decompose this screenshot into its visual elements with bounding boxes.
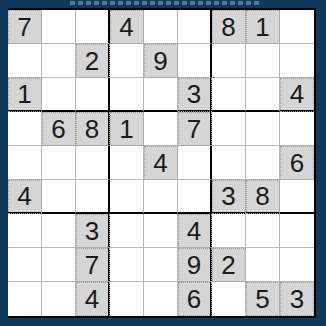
cell-r4c8-empty[interactable]: [246, 112, 280, 146]
cell-r3c2-empty[interactable]: [42, 78, 76, 112]
sudoku-board: 748129134681746438347924653: [8, 8, 316, 318]
cell-r7c3-given-digit: 3: [76, 214, 110, 248]
cell-r5c4-empty[interactable]: [110, 146, 144, 180]
cell-r7c1-empty[interactable]: [8, 214, 42, 248]
cell-r9c4-empty[interactable]: [110, 282, 144, 316]
cell-r9c3-given-digit: 4: [76, 282, 110, 316]
cell-r8c9-empty[interactable]: [280, 248, 314, 282]
cell-r4c4-given-digit: 1: [110, 112, 144, 146]
cell-r5c5-given-digit: 4: [144, 146, 178, 180]
navy-page-frame: 748129134681746438347924653: [0, 0, 326, 326]
cell-r9c8-given-digit: 5: [246, 282, 280, 316]
cell-r7c7-empty[interactable]: [212, 214, 246, 248]
cell-r1c9-empty[interactable]: [280, 10, 314, 44]
cell-r6c4-empty[interactable]: [110, 180, 144, 214]
cell-r1c6-empty[interactable]: [178, 10, 212, 44]
cell-r7c2-empty[interactable]: [42, 214, 76, 248]
cell-r4c3-given-digit: 8: [76, 112, 110, 146]
cell-r3c4-empty[interactable]: [110, 78, 144, 112]
cell-r5c7-empty[interactable]: [212, 146, 246, 180]
cell-r1c7-given-digit: 8: [212, 10, 246, 44]
cell-r2c6-empty[interactable]: [178, 44, 212, 78]
cell-r2c8-empty[interactable]: [246, 44, 280, 78]
cell-r4c6-given-digit: 7: [178, 112, 212, 146]
cell-r4c7-empty[interactable]: [212, 112, 246, 146]
cell-r7c5-empty[interactable]: [144, 214, 178, 248]
cell-r5c8-empty[interactable]: [246, 146, 280, 180]
cell-r5c6-empty[interactable]: [178, 146, 212, 180]
cell-r2c3-given-digit: 2: [76, 44, 110, 78]
cell-r8c6-given-digit: 9: [178, 248, 212, 282]
cell-r1c8-given-digit: 1: [246, 10, 280, 44]
cell-r7c6-given-digit: 4: [178, 214, 212, 248]
cell-r8c3-given-digit: 7: [76, 248, 110, 282]
cell-r9c5-empty[interactable]: [144, 282, 178, 316]
cell-r6c9-empty[interactable]: [280, 180, 314, 214]
cell-r6c8-given-digit: 8: [246, 180, 280, 214]
cell-r1c4-given-digit: 4: [110, 10, 144, 44]
cell-r4c9-empty[interactable]: [280, 112, 314, 146]
cell-r7c4-empty[interactable]: [110, 214, 144, 248]
cell-r5c1-empty[interactable]: [8, 146, 42, 180]
cropped-watermark-strip: [70, 1, 260, 5]
cell-r9c2-empty[interactable]: [42, 282, 76, 316]
cell-r7c9-empty[interactable]: [280, 214, 314, 248]
cell-r8c2-empty[interactable]: [42, 248, 76, 282]
cell-r2c5-given-digit: 9: [144, 44, 178, 78]
cell-r4c2-given-digit: 6: [42, 112, 76, 146]
cell-r2c9-empty[interactable]: [280, 44, 314, 78]
cell-r2c2-empty[interactable]: [42, 44, 76, 78]
cell-r3c9-given-digit: 4: [280, 78, 314, 112]
cell-r6c7-given-digit: 3: [212, 180, 246, 214]
cell-r4c1-empty[interactable]: [8, 112, 42, 146]
cell-r7c8-empty[interactable]: [246, 214, 280, 248]
cell-r6c3-empty[interactable]: [76, 180, 110, 214]
cell-r1c1-given-digit: 7: [8, 10, 42, 44]
cell-r5c3-empty[interactable]: [76, 146, 110, 180]
cell-r8c8-empty[interactable]: [246, 248, 280, 282]
cell-r2c7-empty[interactable]: [212, 44, 246, 78]
cell-r8c7-given-digit: 2: [212, 248, 246, 282]
cell-r5c9-given-digit: 6: [280, 146, 314, 180]
cell-r2c1-empty[interactable]: [8, 44, 42, 78]
cell-r2c4-empty[interactable]: [110, 44, 144, 78]
cell-r8c5-empty[interactable]: [144, 248, 178, 282]
cell-r8c4-empty[interactable]: [110, 248, 144, 282]
cell-r6c5-empty[interactable]: [144, 180, 178, 214]
cell-r4c5-empty[interactable]: [144, 112, 178, 146]
cell-r1c5-empty[interactable]: [144, 10, 178, 44]
cell-r5c2-empty[interactable]: [42, 146, 76, 180]
cell-r6c6-empty[interactable]: [178, 180, 212, 214]
cell-r3c7-empty[interactable]: [212, 78, 246, 112]
cell-r9c6-given-digit: 6: [178, 282, 212, 316]
cell-r6c2-empty[interactable]: [42, 180, 76, 214]
cell-r8c1-empty[interactable]: [8, 248, 42, 282]
cell-r3c1-given-digit: 1: [8, 78, 42, 112]
cell-r9c9-given-digit: 3: [280, 282, 314, 316]
cell-r3c6-given-digit: 3: [178, 78, 212, 112]
cell-r6c1-given-digit: 4: [8, 180, 42, 214]
cell-r9c7-empty[interactable]: [212, 282, 246, 316]
cell-r1c3-empty[interactable]: [76, 10, 110, 44]
cell-r1c2-empty[interactable]: [42, 10, 76, 44]
cell-r3c3-empty[interactable]: [76, 78, 110, 112]
cell-r3c8-empty[interactable]: [246, 78, 280, 112]
cell-r3c5-empty[interactable]: [144, 78, 178, 112]
cell-r9c1-empty[interactable]: [8, 282, 42, 316]
